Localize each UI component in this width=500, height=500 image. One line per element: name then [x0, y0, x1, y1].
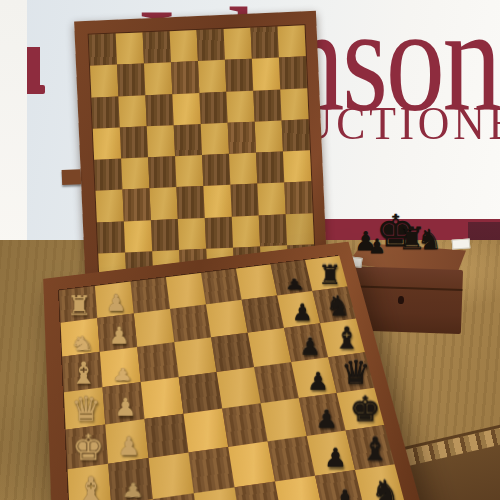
lid-square	[120, 126, 148, 158]
board-square	[254, 362, 299, 403]
keyhole	[398, 296, 404, 304]
board-square	[131, 277, 170, 313]
white-bishop: ♝	[69, 358, 97, 389]
lid-clasp	[62, 169, 82, 185]
board-square: ♛	[64, 387, 105, 430]
white-pawn: ♟	[117, 434, 140, 459]
black-bishop: ♝	[333, 324, 360, 354]
board-square	[222, 403, 267, 447]
lid-square	[89, 34, 117, 66]
lid-square	[280, 88, 308, 120]
lid-square	[175, 155, 203, 187]
lid-square	[147, 125, 175, 157]
board-square: ♟	[299, 393, 346, 436]
black-queen: ♛	[340, 356, 370, 389]
chess-board-frame: ♜♟♟♜♞♟♟♞♝♟♟♝♛♟♟♛♚♟♟♚♝♟♟♝♞♟♟♞♜♟♟♜	[43, 242, 437, 500]
board-square: ♝	[62, 352, 102, 393]
board-square: ♟	[95, 282, 134, 318]
lid-square	[171, 61, 199, 93]
black-pawn: ♟	[284, 277, 305, 292]
auction-label	[452, 238, 471, 249]
white-pawn: ♟	[120, 481, 144, 500]
auction-sign-subline: UCTIONE	[301, 100, 500, 147]
lid-square	[116, 32, 144, 64]
board-square: ♚	[337, 388, 384, 431]
lid-square	[226, 90, 254, 122]
lid-square	[172, 93, 200, 125]
lid-square	[170, 30, 198, 62]
lid-square	[178, 217, 206, 249]
lid-square	[96, 190, 124, 222]
board-square: ♟	[108, 458, 153, 500]
lid-square	[197, 29, 225, 61]
lid-square	[225, 59, 253, 91]
lid-square	[202, 154, 230, 186]
board-square: ♟	[97, 313, 137, 351]
lid-square	[144, 62, 172, 94]
lid-square	[198, 60, 226, 92]
lid-square	[256, 151, 284, 183]
white-pawn: ♟	[114, 396, 136, 421]
board-square: ♞	[61, 318, 100, 357]
lid-square	[230, 184, 258, 216]
chess-board-tilt: ♜♟♟♜♞♟♟♞♝♟♟♝♛♟♟♛♚♟♟♚♝♟♟♝♞♟♟♞♜♟♟♜	[43, 242, 437, 500]
lid-square	[224, 28, 252, 60]
board-square: ♟	[291, 357, 336, 398]
lid-square	[228, 121, 256, 153]
chess-board-perspective: ♜♟♟♜♞♟♟♞♝♟♟♝♛♟♟♛♚♟♟♚♝♟♟♝♞♟♟♞♜♟♟♜	[16, 252, 396, 500]
lid-square	[90, 65, 118, 97]
board-square	[145, 414, 189, 458]
black-pawn: ♟	[332, 487, 356, 500]
lid-square	[201, 123, 229, 155]
lid-square	[229, 153, 257, 185]
black-king: ♚	[349, 392, 380, 427]
black-knight: ♞	[325, 292, 350, 320]
white-pawn: ♟	[111, 367, 133, 384]
lid-square	[124, 220, 152, 252]
lid-square	[93, 127, 121, 159]
lid-square	[286, 213, 314, 245]
board-square	[141, 377, 184, 419]
board-square	[236, 264, 277, 300]
board-square	[201, 269, 242, 305]
board-square	[149, 452, 194, 499]
board-square	[174, 337, 216, 377]
board-square: ♚	[66, 424, 108, 469]
board-square: ♟	[100, 347, 141, 387]
board-square: ♟	[102, 382, 144, 424]
board-square	[189, 447, 235, 493]
lid-square	[232, 215, 260, 247]
lid-square	[174, 124, 202, 156]
lid-square	[97, 221, 125, 253]
lid-square	[118, 95, 146, 127]
lid-square	[151, 219, 179, 251]
black-knight: ♞	[371, 475, 400, 500]
board-square: ♞	[312, 287, 356, 324]
lid-board-grid	[88, 24, 317, 285]
board-square: ♛	[328, 352, 374, 393]
lid-square	[199, 91, 227, 123]
lid-square	[255, 120, 283, 152]
lid-square	[251, 27, 279, 59]
board-square: ♝	[346, 425, 395, 470]
board-square	[242, 295, 284, 332]
black-bishop: ♝	[360, 434, 389, 466]
white-knight: ♞	[68, 333, 96, 353]
black-pawn: ♟	[315, 407, 337, 432]
board-square: ♜	[305, 256, 347, 291]
lid-square	[149, 187, 177, 219]
board-square	[137, 342, 179, 382]
board-square	[206, 300, 248, 338]
lid-square	[257, 183, 285, 215]
black-pawn: ♟	[323, 446, 346, 472]
board-square	[134, 309, 175, 347]
black-knight: ♞	[417, 226, 442, 254]
lid-square	[145, 94, 173, 126]
board-square	[166, 273, 206, 309]
board-square: ♜	[59, 286, 97, 323]
board-square: ♞	[355, 464, 406, 500]
lid-square	[122, 189, 150, 221]
sign-letter-fragment	[27, 47, 40, 89]
lid-square	[91, 96, 119, 128]
lid-square	[148, 156, 176, 188]
lid-square	[253, 89, 281, 121]
white-pawn: ♟	[108, 325, 129, 348]
chess-board-grid: ♜♟♟♜♞♟♟♞♝♟♟♝♛♟♟♛♚♟♟♚♝♟♟♝♞♟♟♞♜♟♟♜	[58, 255, 416, 500]
lid-square	[259, 214, 287, 246]
lid-square	[283, 150, 311, 182]
board-square: ♝	[68, 464, 112, 500]
white-bishop: ♝	[75, 474, 105, 500]
black-rook: ♜	[318, 261, 342, 288]
lid-square	[94, 158, 122, 190]
lid-square	[205, 216, 233, 248]
white-rook: ♜	[67, 292, 91, 319]
board-square	[217, 367, 261, 408]
board-square: ♟	[277, 291, 320, 328]
board-square	[170, 304, 211, 342]
board-square	[211, 333, 254, 372]
lid-square	[279, 57, 307, 89]
board-square: ♝	[320, 319, 365, 358]
lid-square	[284, 181, 312, 213]
board-square: ♟	[271, 260, 313, 295]
black-pawn: ♟	[299, 335, 320, 359]
board-square	[179, 372, 222, 414]
lid-square	[203, 185, 231, 217]
lid-square	[176, 186, 204, 218]
black-pawn: ♟	[307, 370, 329, 394]
board-square	[184, 408, 229, 452]
white-pawn: ♟	[105, 292, 126, 315]
lid-square	[252, 58, 280, 90]
lid-square	[117, 64, 145, 96]
lid-square	[143, 31, 171, 63]
black-pawn: ♟	[292, 302, 313, 325]
lid-square	[278, 25, 306, 57]
lid-square	[282, 119, 310, 151]
white-queen: ♛	[70, 392, 100, 426]
lid-square	[121, 157, 149, 189]
white-king: ♚	[72, 429, 104, 465]
board-square: ♟	[105, 419, 148, 464]
